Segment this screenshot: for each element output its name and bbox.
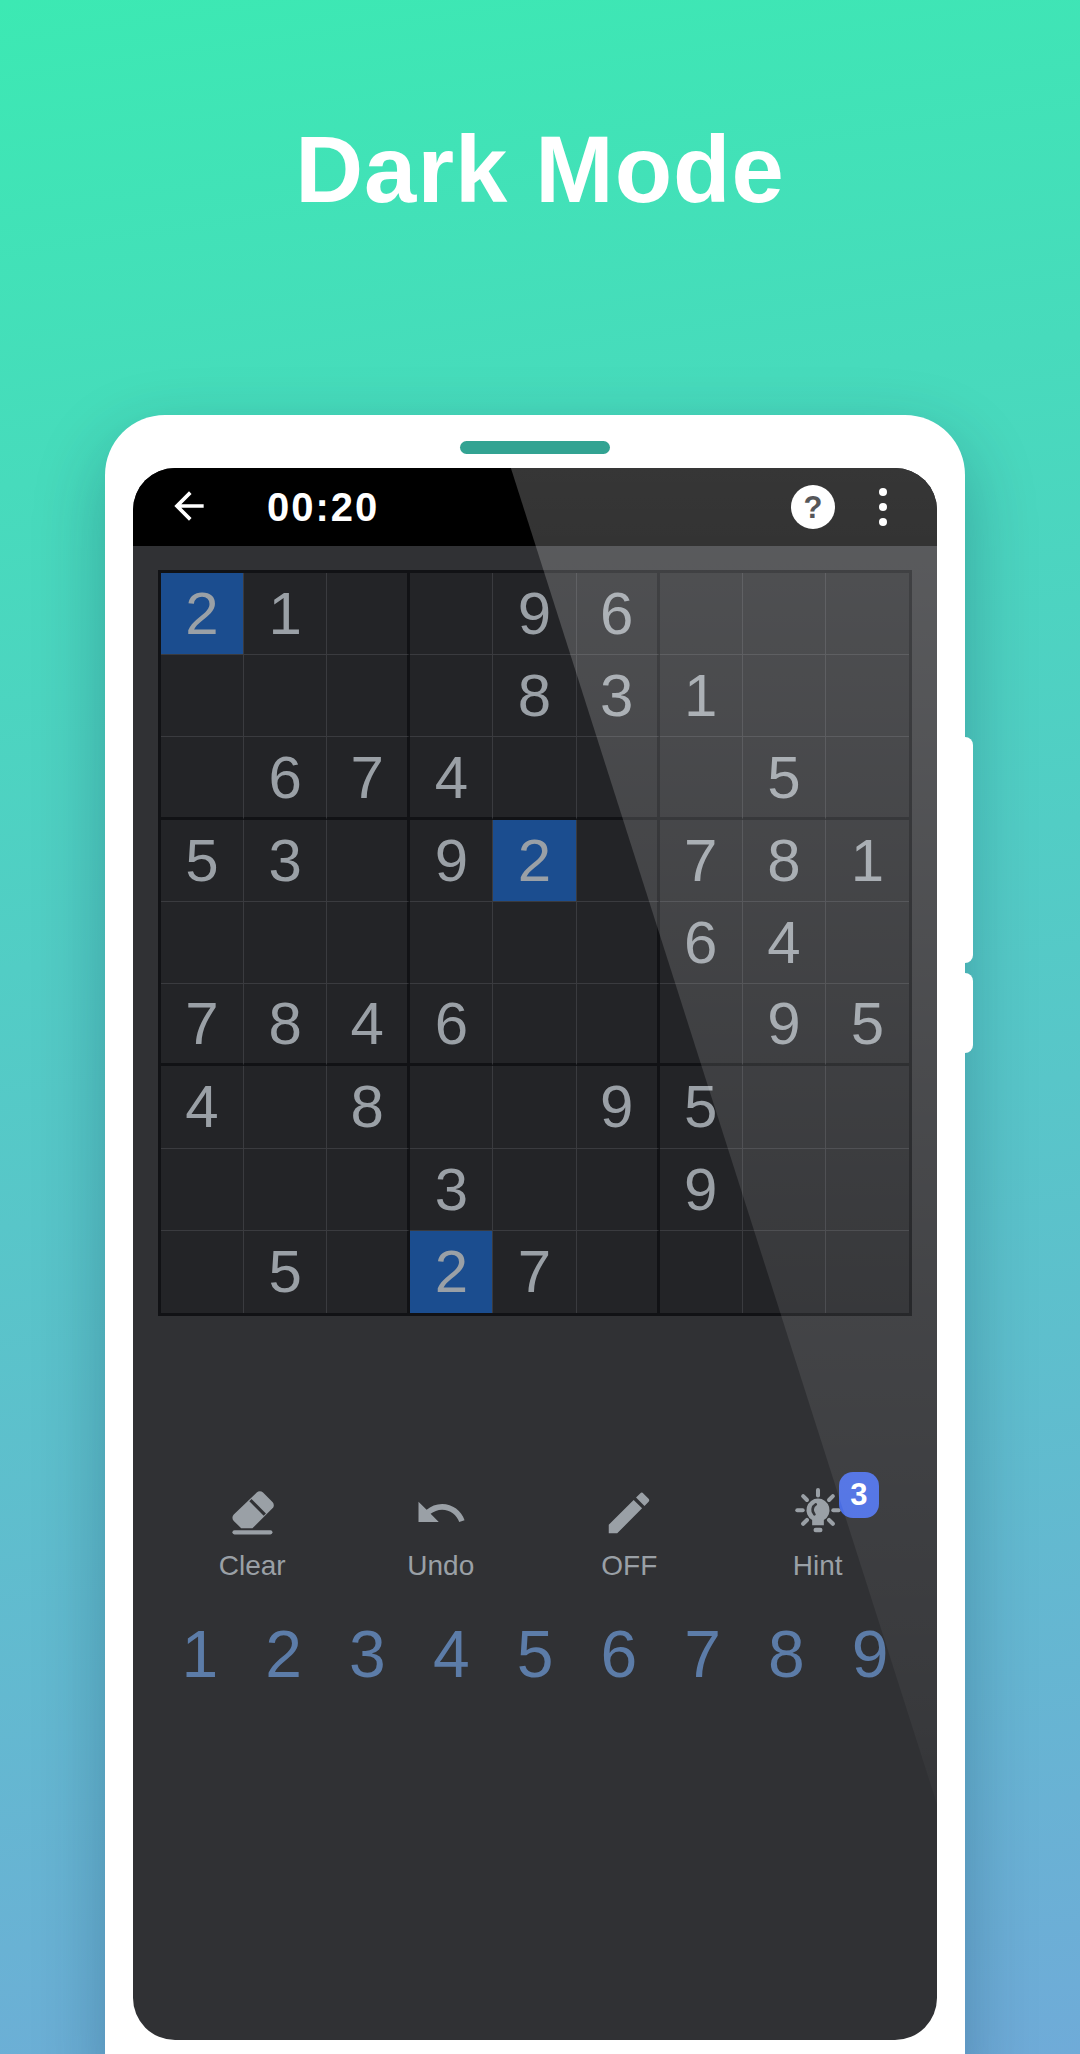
- sudoku-cell-r5c2[interactable]: [244, 902, 327, 984]
- numberpad-9[interactable]: 9: [828, 1616, 912, 1692]
- sudoku-cell-r4c4[interactable]: 9: [410, 820, 493, 902]
- sudoku-cell-r2c3[interactable]: [327, 655, 410, 737]
- toolbar: Clear Undo OFF: [158, 1486, 912, 1582]
- numberpad-8[interactable]: 8: [744, 1616, 828, 1692]
- sudoku-cell-r4c8[interactable]: 8: [743, 820, 826, 902]
- sudoku-cell-r7c8[interactable]: [743, 1066, 826, 1148]
- sudoku-cell-r7c2[interactable]: [244, 1066, 327, 1148]
- sudoku-cell-r7c3[interactable]: 8: [327, 1066, 410, 1148]
- numberpad: 123456789: [158, 1616, 912, 1692]
- sudoku-cell-r9c5[interactable]: 7: [493, 1231, 576, 1313]
- sudoku-cell-r1c9[interactable]: [826, 573, 909, 655]
- sudoku-cell-r9c9[interactable]: [826, 1231, 909, 1313]
- sudoku-cell-r2c4[interactable]: [410, 655, 493, 737]
- sudoku-cell-r9c2[interactable]: 5: [244, 1231, 327, 1313]
- overflow-menu-button[interactable]: [863, 488, 903, 526]
- sudoku-cell-r1c3[interactable]: [327, 573, 410, 655]
- sudoku-cell-r6c6[interactable]: [577, 984, 660, 1066]
- sudoku-cell-r2c7[interactable]: 1: [660, 655, 743, 737]
- undo-button[interactable]: Undo: [347, 1486, 536, 1582]
- sudoku-cell-r3c4[interactable]: 4: [410, 737, 493, 819]
- sudoku-cell-r5c3[interactable]: [327, 902, 410, 984]
- sudoku-cell-r8c3[interactable]: [327, 1149, 410, 1231]
- sudoku-cell-r8c8[interactable]: [743, 1149, 826, 1231]
- sudoku-cell-r9c8[interactable]: [743, 1231, 826, 1313]
- sudoku-cell-r9c1[interactable]: [161, 1231, 244, 1313]
- back-button[interactable]: [167, 484, 211, 531]
- sudoku-cell-r8c1[interactable]: [161, 1149, 244, 1231]
- sudoku-cell-r2c5[interactable]: 8: [493, 655, 576, 737]
- sudoku-cell-r1c1[interactable]: 2: [161, 573, 244, 655]
- kebab-menu-icon: [879, 488, 887, 496]
- sudoku-cell-r9c3[interactable]: [327, 1231, 410, 1313]
- sudoku-cell-r8c5[interactable]: [493, 1149, 576, 1231]
- lightbulb-icon: 3: [791, 1486, 845, 1540]
- sudoku-cell-r6c4[interactable]: 6: [410, 984, 493, 1066]
- undo-label: Undo: [407, 1550, 474, 1582]
- sudoku-cell-r6c5[interactable]: [493, 984, 576, 1066]
- sudoku-cell-r6c7[interactable]: [660, 984, 743, 1066]
- sudoku-cell-r7c1[interactable]: 4: [161, 1066, 244, 1148]
- hint-button[interactable]: 3 Hint: [724, 1486, 913, 1582]
- sudoku-cell-r5c1[interactable]: [161, 902, 244, 984]
- question-mark-icon: ?: [804, 492, 823, 523]
- sudoku-cell-r7c4[interactable]: [410, 1066, 493, 1148]
- sudoku-cell-r1c5[interactable]: 9: [493, 573, 576, 655]
- numberpad-7[interactable]: 7: [661, 1616, 745, 1692]
- sudoku-cell-r5c4[interactable]: [410, 902, 493, 984]
- page-background: Dark Mode 00:20 ? 21968316: [0, 0, 1080, 2054]
- numberpad-1[interactable]: 1: [158, 1616, 242, 1692]
- sudoku-cell-r9c4[interactable]: 2: [410, 1231, 493, 1313]
- sudoku-cell-r8c7[interactable]: 9: [660, 1149, 743, 1231]
- sudoku-cell-r3c2[interactable]: 6: [244, 737, 327, 819]
- sudoku-cell-r1c2[interactable]: 1: [244, 573, 327, 655]
- sudoku-cell-r2c2[interactable]: [244, 655, 327, 737]
- sudoku-cell-r4c1[interactable]: 5: [161, 820, 244, 902]
- sudoku-cell-r7c6[interactable]: 9: [577, 1066, 660, 1148]
- sudoku-cell-r3c8[interactable]: 5: [743, 737, 826, 819]
- power-button: [957, 973, 973, 1053]
- sudoku-cell-r8c4[interactable]: 3: [410, 1149, 493, 1231]
- sudoku-grid: 21968316745539278164784695489539527: [158, 570, 912, 1316]
- sudoku-cell-r2c6[interactable]: 3: [577, 655, 660, 737]
- sudoku-cell-r2c1[interactable]: [161, 655, 244, 737]
- volume-button: [957, 737, 973, 963]
- sudoku-cell-r9c6[interactable]: [577, 1231, 660, 1313]
- sudoku-cell-r5c7[interactable]: 6: [660, 902, 743, 984]
- sudoku-cell-r3c5[interactable]: [493, 737, 576, 819]
- sudoku-cell-r1c4[interactable]: [410, 573, 493, 655]
- sudoku-cell-r2c8[interactable]: [743, 655, 826, 737]
- sudoku-cell-r3c1[interactable]: [161, 737, 244, 819]
- speaker-slot: [460, 441, 610, 454]
- sudoku-cell-r1c6[interactable]: 6: [577, 573, 660, 655]
- phone-screen: 00:20 ? 21968316745539278164784695489539…: [133, 468, 937, 2040]
- numberpad-2[interactable]: 2: [242, 1616, 326, 1692]
- sudoku-cell-r4c5[interactable]: 2: [493, 820, 576, 902]
- sudoku-cell-r7c5[interactable]: [493, 1066, 576, 1148]
- hint-label: Hint: [793, 1550, 843, 1582]
- undo-icon: [414, 1486, 468, 1540]
- sudoku-cell-r6c9[interactable]: 5: [826, 984, 909, 1066]
- sudoku-cell-r1c7[interactable]: [660, 573, 743, 655]
- clear-button[interactable]: Clear: [158, 1486, 347, 1582]
- sudoku-cell-r3c6[interactable]: [577, 737, 660, 819]
- sudoku-cell-r1c8[interactable]: [743, 573, 826, 655]
- help-button[interactable]: ?: [791, 485, 835, 529]
- phone-frame: 00:20 ? 21968316745539278164784695489539…: [105, 415, 965, 2054]
- sudoku-cell-r4c7[interactable]: 7: [660, 820, 743, 902]
- app-bar: 00:20 ?: [133, 468, 937, 546]
- numberpad-5[interactable]: 5: [493, 1616, 577, 1692]
- eraser-icon: [225, 1486, 279, 1540]
- sudoku-cell-r5c6[interactable]: [577, 902, 660, 984]
- sudoku-cell-r8c6[interactable]: [577, 1149, 660, 1231]
- pencil-mode-label: OFF: [601, 1550, 657, 1582]
- sudoku-cell-r4c6[interactable]: [577, 820, 660, 902]
- sudoku-cell-r7c9[interactable]: [826, 1066, 909, 1148]
- arrow-left-icon: [167, 484, 211, 531]
- sudoku-cell-r4c2[interactable]: 3: [244, 820, 327, 902]
- sudoku-cell-r3c3[interactable]: 7: [327, 737, 410, 819]
- sudoku-cell-r5c5[interactable]: [493, 902, 576, 984]
- sudoku-cell-r6c2[interactable]: 8: [244, 984, 327, 1066]
- pencil-icon: [602, 1486, 656, 1540]
- hint-count-badge: 3: [839, 1472, 879, 1518]
- sudoku-cell-r8c2[interactable]: [244, 1149, 327, 1231]
- timer: 00:20: [267, 485, 379, 530]
- numberpad-3[interactable]: 3: [326, 1616, 410, 1692]
- sudoku-cell-r2c9[interactable]: [826, 655, 909, 737]
- sudoku-cell-r8c9[interactable]: [826, 1149, 909, 1231]
- sudoku-cell-r9c7[interactable]: [660, 1231, 743, 1313]
- sudoku-cell-r6c3[interactable]: 4: [327, 984, 410, 1066]
- sudoku-cell-r3c7[interactable]: [660, 737, 743, 819]
- sudoku-cell-r7c7[interactable]: 5: [660, 1066, 743, 1148]
- sudoku-cell-r5c8[interactable]: 4: [743, 902, 826, 984]
- page-title: Dark Mode: [0, 116, 1080, 224]
- pencil-mode-button[interactable]: OFF: [535, 1486, 724, 1582]
- numberpad-6[interactable]: 6: [577, 1616, 661, 1692]
- clear-label: Clear: [219, 1550, 286, 1582]
- sudoku-cell-r3c9[interactable]: [826, 737, 909, 819]
- sudoku-cell-r4c9[interactable]: 1: [826, 820, 909, 902]
- sudoku-cell-r4c3[interactable]: [327, 820, 410, 902]
- sudoku-cell-r5c9[interactable]: [826, 902, 909, 984]
- sudoku-cell-r6c1[interactable]: 7: [161, 984, 244, 1066]
- numberpad-4[interactable]: 4: [409, 1616, 493, 1692]
- sudoku-cell-r6c8[interactable]: 9: [743, 984, 826, 1066]
